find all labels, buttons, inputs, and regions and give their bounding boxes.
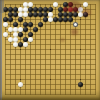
stone-black: ● [18, 17, 23, 22]
stone-black: ● [23, 27, 28, 32]
star-point [50, 79, 51, 80]
star-point [50, 49, 51, 50]
stone-white: ○ [53, 2, 58, 7]
stone-black: ● [13, 12, 18, 17]
board-stain [60, 38, 65, 42]
board-stain [82, 9, 91, 16]
stone-black: ● [68, 17, 73, 22]
stone-black: ● [38, 12, 43, 17]
stone-black: ● [58, 17, 63, 22]
board-stain [71, 29, 78, 35]
stone-white: ○ [8, 37, 13, 42]
stone-white: ○ [3, 32, 8, 37]
star-point [20, 49, 21, 50]
stone-black: ● [33, 27, 38, 32]
stone-white: ○ [18, 82, 23, 87]
stone-black: ● [43, 17, 48, 22]
stone-black: ● [38, 22, 43, 27]
stone-black: ● [33, 12, 38, 17]
stone-white: ○ [8, 27, 13, 32]
stone-black: ● [53, 17, 58, 22]
stone-white: ○ [28, 37, 33, 42]
window-edge-corner [0, 0, 4, 13]
stone-white: ○ [48, 17, 53, 22]
stone-white-last-move: ○ [73, 22, 78, 27]
stone-black: ● [28, 22, 33, 27]
stone-white: ○ [13, 42, 18, 47]
stone-black: ● [78, 82, 83, 87]
stone-white: ○ [3, 22, 8, 27]
stone-white: ○ [23, 42, 28, 47]
star-point [80, 19, 81, 20]
stone-black: ● [18, 42, 23, 47]
board-stain [66, 1, 82, 13]
stone-black: ● [8, 17, 13, 22]
go-app-screenshot: ○○○●●○●●●○○●●●●●●●●●○●●○○●●●●○●●●●○●●●●●… [0, 0, 100, 100]
window-edge-strip [0, 0, 2, 100]
stone-white: ○ [83, 2, 88, 7]
star-point [80, 79, 81, 80]
stone-black: ● [18, 32, 23, 37]
stone-black: ● [63, 17, 68, 22]
stone-white: ○ [23, 12, 28, 17]
star-point [20, 79, 21, 80]
stone-black: ● [28, 12, 33, 17]
star-point [80, 49, 81, 50]
